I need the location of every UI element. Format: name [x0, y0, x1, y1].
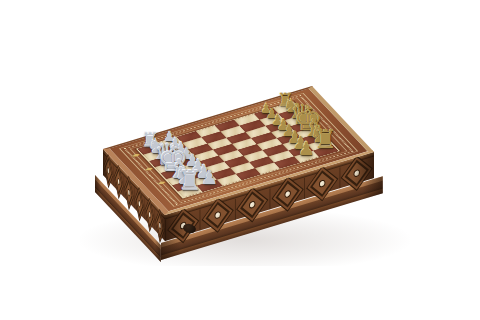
- inlay-motif: ◆: [131, 152, 142, 157]
- pearl-dot-inlay: [108, 167, 109, 173]
- pearl-dot-inlay: [250, 201, 255, 207]
- pearl-dot-inlay: [355, 169, 360, 175]
- diamond-relief: [125, 179, 132, 206]
- pearl-dot-inlay: [149, 211, 150, 217]
- pearl-dot-inlay: [128, 189, 129, 195]
- diamond-relief: [115, 168, 122, 195]
- pearl-dot-inlay: [118, 178, 119, 184]
- diamond-relief: [105, 157, 112, 184]
- inlay-motif: ◆: [156, 180, 167, 185]
- chess-set-photo: ◆◆◆ ♜♞♝♛♚♝♞♜♟♟♟♟♟♟♟♟♟♟♟♟♟♟♟♟♜♞♝♛♚♝♞♜: [0, 0, 480, 320]
- pearl-dot-inlay: [320, 180, 325, 186]
- pearl-dot-inlay: [139, 200, 140, 206]
- pearl-dot-inlay: [159, 222, 160, 228]
- pearl-dot-inlay: [285, 190, 290, 196]
- inlay-motif: ◆: [143, 166, 154, 171]
- pearl-dot-inlay: [215, 211, 220, 217]
